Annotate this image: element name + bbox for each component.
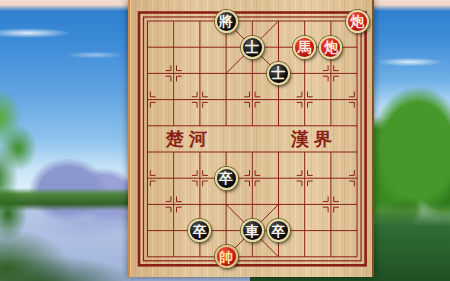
piece-red-cannon[interactable]: 炮 (346, 10, 369, 33)
river-label-chu-he: 楚河 (166, 129, 212, 149)
piece-red-general[interactable]: 帥 (215, 245, 238, 268)
piece-red-horse[interactable]: 馬 (293, 36, 316, 59)
river-label-han-jie: 漢界 (291, 129, 337, 149)
xiangqi-game-screen: 楚河 漢界 將炮士馬炮士卒卒車卒帥 (0, 0, 450, 281)
piece-black-soldier[interactable]: 卒 (215, 167, 238, 190)
piece-red-cannon[interactable]: 炮 (319, 36, 342, 59)
xiangqi-board[interactable]: 楚河 漢界 將炮士馬炮士卒卒車卒帥 (128, 0, 374, 277)
piece-black-soldier[interactable]: 卒 (267, 219, 290, 242)
piece-black-chariot[interactable]: 車 (241, 219, 264, 242)
piece-black-general[interactable]: 將 (215, 10, 238, 33)
tree-foliage-left (0, 90, 40, 245)
piece-black-advisor[interactable]: 士 (267, 62, 290, 85)
piece-black-advisor[interactable]: 士 (241, 36, 264, 59)
